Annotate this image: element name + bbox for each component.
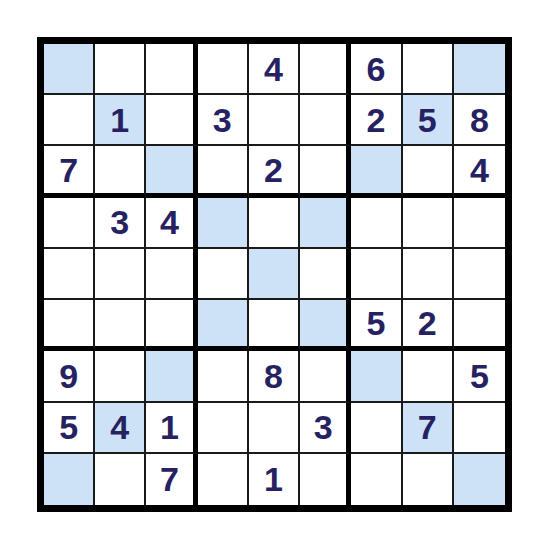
cell-r4c9[interactable] (454, 198, 505, 249)
cell-r6c2[interactable] (95, 300, 146, 351)
cell-r1c3[interactable] (146, 44, 197, 95)
cell-r2c7[interactable]: 2 (351, 95, 402, 146)
cell-r4c4[interactable] (198, 198, 249, 249)
cell-r9c7[interactable] (351, 454, 402, 505)
cell-r6c6[interactable] (300, 300, 351, 351)
cell-r9c5[interactable]: 1 (249, 454, 300, 505)
cell-r9c6[interactable] (300, 454, 351, 505)
cell-r2c2[interactable]: 1 (95, 95, 146, 146)
cell-r4c8[interactable] (403, 198, 454, 249)
cell-r7c1[interactable]: 9 (44, 351, 95, 402)
cell-r8c9[interactable] (454, 403, 505, 454)
cell-r8c7[interactable] (351, 403, 402, 454)
cell-r9c9[interactable] (454, 454, 505, 505)
cell-r3c5[interactable]: 2 (249, 146, 300, 197)
cell-r2c1[interactable] (44, 95, 95, 146)
cell-r5c2[interactable] (95, 249, 146, 300)
cell-r7c3[interactable] (146, 351, 197, 402)
cell-r7c4[interactable] (198, 351, 249, 402)
cell-r3c6[interactable] (300, 146, 351, 197)
cell-r5c5[interactable] (249, 249, 300, 300)
cell-r5c1[interactable] (44, 249, 95, 300)
cell-r8c1[interactable]: 5 (44, 403, 95, 454)
cell-r3c2[interactable] (95, 146, 146, 197)
cell-r7c9[interactable]: 5 (454, 351, 505, 402)
cell-r2c9[interactable]: 8 (454, 95, 505, 146)
sudoku-board: 461325872434529855413771 (37, 37, 512, 512)
cell-r5c7[interactable] (351, 249, 402, 300)
cell-r9c1[interactable] (44, 454, 95, 505)
cell-r7c7[interactable] (351, 351, 402, 402)
cell-r3c8[interactable] (403, 146, 454, 197)
cell-r2c8[interactable]: 5 (403, 95, 454, 146)
cell-r1c6[interactable] (300, 44, 351, 95)
cell-r1c1[interactable] (44, 44, 95, 95)
cell-r4c3[interactable]: 4 (146, 198, 197, 249)
cell-r1c9[interactable] (454, 44, 505, 95)
cell-r1c5[interactable]: 4 (249, 44, 300, 95)
cell-r4c7[interactable] (351, 198, 402, 249)
cell-r4c5[interactable] (249, 198, 300, 249)
cell-r6c7[interactable]: 5 (351, 300, 402, 351)
page: 461325872434529855413771 (0, 0, 550, 550)
cell-r7c6[interactable] (300, 351, 351, 402)
cell-r7c8[interactable] (403, 351, 454, 402)
cell-r5c8[interactable] (403, 249, 454, 300)
cell-r8c8[interactable]: 7 (403, 403, 454, 454)
cell-r3c1[interactable]: 7 (44, 146, 95, 197)
cell-r2c3[interactable] (146, 95, 197, 146)
cell-r9c3[interactable]: 7 (146, 454, 197, 505)
cell-r3c3[interactable] (146, 146, 197, 197)
cell-r1c4[interactable] (198, 44, 249, 95)
cell-r5c3[interactable] (146, 249, 197, 300)
cell-r6c9[interactable] (454, 300, 505, 351)
cell-r8c5[interactable] (249, 403, 300, 454)
cell-r9c2[interactable] (95, 454, 146, 505)
cell-r2c4[interactable]: 3 (198, 95, 249, 146)
cell-r6c5[interactable] (249, 300, 300, 351)
cell-r3c9[interactable]: 4 (454, 146, 505, 197)
cell-r2c6[interactable] (300, 95, 351, 146)
cell-r8c4[interactable] (198, 403, 249, 454)
cell-r8c2[interactable]: 4 (95, 403, 146, 454)
cell-r3c4[interactable] (198, 146, 249, 197)
cell-r1c8[interactable] (403, 44, 454, 95)
cell-r6c1[interactable] (44, 300, 95, 351)
cell-r8c3[interactable]: 1 (146, 403, 197, 454)
cell-r6c4[interactable] (198, 300, 249, 351)
cell-r9c4[interactable] (198, 454, 249, 505)
cell-r4c2[interactable]: 3 (95, 198, 146, 249)
cell-r9c8[interactable] (403, 454, 454, 505)
cell-r5c9[interactable] (454, 249, 505, 300)
cell-r5c6[interactable] (300, 249, 351, 300)
cell-r1c2[interactable] (95, 44, 146, 95)
cell-r5c4[interactable] (198, 249, 249, 300)
cell-r1c7[interactable]: 6 (351, 44, 402, 95)
cell-r6c8[interactable]: 2 (403, 300, 454, 351)
cell-r2c5[interactable] (249, 95, 300, 146)
cell-r4c1[interactable] (44, 198, 95, 249)
cell-r6c3[interactable] (146, 300, 197, 351)
cell-r7c2[interactable] (95, 351, 146, 402)
cell-r8c6[interactable]: 3 (300, 403, 351, 454)
cell-r3c7[interactable] (351, 146, 402, 197)
cell-r7c5[interactable]: 8 (249, 351, 300, 402)
cell-r4c6[interactable] (300, 198, 351, 249)
